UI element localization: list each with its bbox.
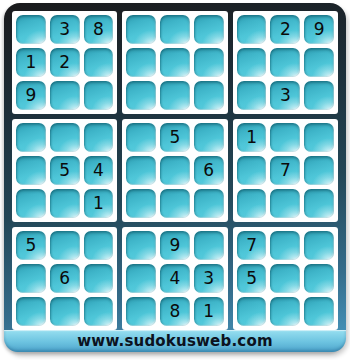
cell-r7c8[interactable] bbox=[270, 231, 300, 260]
cell-r4c6[interactable] bbox=[194, 123, 224, 152]
cell-r6c2[interactable] bbox=[50, 189, 80, 218]
cell-r6c5[interactable] bbox=[160, 189, 190, 218]
cell-r1c9[interactable]: 9 bbox=[304, 15, 334, 44]
box-1-2 bbox=[122, 11, 227, 114]
cell-r5c4[interactable] bbox=[126, 156, 156, 185]
cell-r3c4[interactable] bbox=[126, 81, 156, 110]
cell-r7c4[interactable] bbox=[126, 231, 156, 260]
cell-r6c4[interactable] bbox=[126, 189, 156, 218]
cell-r5c3[interactable]: 4 bbox=[84, 156, 114, 185]
cell-r3c8[interactable]: 3 bbox=[270, 81, 300, 110]
cell-r3c9[interactable] bbox=[304, 81, 334, 110]
cell-r7c2[interactable] bbox=[50, 231, 80, 260]
cell-r9c2[interactable] bbox=[50, 297, 80, 326]
box-1-3: 293 bbox=[233, 11, 338, 114]
cell-r2c8[interactable] bbox=[270, 48, 300, 77]
cell-r3c1[interactable]: 9 bbox=[16, 81, 46, 110]
cell-r8c8[interactable] bbox=[270, 264, 300, 293]
cell-r8c2[interactable]: 6 bbox=[50, 264, 80, 293]
cell-r2c6[interactable] bbox=[194, 48, 224, 77]
box-3-2: 94381 bbox=[122, 227, 227, 330]
cell-r2c1[interactable]: 1 bbox=[16, 48, 46, 77]
cell-r9c9[interactable] bbox=[304, 297, 334, 326]
cell-r7c5[interactable]: 9 bbox=[160, 231, 190, 260]
cell-r5c6[interactable]: 6 bbox=[194, 156, 224, 185]
cell-r2c5[interactable] bbox=[160, 48, 190, 77]
cell-r5c7[interactable] bbox=[237, 156, 267, 185]
cell-r7c1[interactable]: 5 bbox=[16, 231, 46, 260]
cell-r4c4[interactable] bbox=[126, 123, 156, 152]
box-2-3: 17 bbox=[233, 119, 338, 222]
sudoku-board: 381292935415617569438175 www.sudokusweb.… bbox=[4, 3, 346, 352]
cell-r9c8[interactable] bbox=[270, 297, 300, 326]
cell-r3c7[interactable] bbox=[237, 81, 267, 110]
box-2-1: 541 bbox=[12, 119, 117, 222]
cell-r6c3[interactable]: 1 bbox=[84, 189, 114, 218]
cell-r2c4[interactable] bbox=[126, 48, 156, 77]
cell-r1c5[interactable] bbox=[160, 15, 190, 44]
cell-r1c6[interactable] bbox=[194, 15, 224, 44]
box-1-1: 38129 bbox=[12, 11, 117, 114]
cell-r7c9[interactable] bbox=[304, 231, 334, 260]
cell-r9c6[interactable]: 1 bbox=[194, 297, 224, 326]
cell-r1c2[interactable]: 3 bbox=[50, 15, 80, 44]
cell-r2c9[interactable] bbox=[304, 48, 334, 77]
cell-r2c3[interactable] bbox=[84, 48, 114, 77]
cell-r5c5[interactable] bbox=[160, 156, 190, 185]
cell-r4c9[interactable] bbox=[304, 123, 334, 152]
cell-r6c6[interactable] bbox=[194, 189, 224, 218]
cell-r1c4[interactable] bbox=[126, 15, 156, 44]
cell-r8c4[interactable] bbox=[126, 264, 156, 293]
cell-r2c7[interactable] bbox=[237, 48, 267, 77]
page: 381292935415617569438175 www.sudokusweb.… bbox=[0, 0, 350, 360]
cell-r3c6[interactable] bbox=[194, 81, 224, 110]
cell-r7c6[interactable] bbox=[194, 231, 224, 260]
cell-r4c1[interactable] bbox=[16, 123, 46, 152]
cell-r1c8[interactable]: 2 bbox=[270, 15, 300, 44]
site-url: www.sudokusweb.com bbox=[77, 332, 272, 350]
cell-r5c9[interactable] bbox=[304, 156, 334, 185]
cell-r5c2[interactable]: 5 bbox=[50, 156, 80, 185]
cell-r4c8[interactable] bbox=[270, 123, 300, 152]
cell-r9c7[interactable] bbox=[237, 297, 267, 326]
box-2-2: 56 bbox=[122, 119, 227, 222]
cell-r9c4[interactable] bbox=[126, 297, 156, 326]
cell-r8c5[interactable]: 4 bbox=[160, 264, 190, 293]
cell-r2c2[interactable]: 2 bbox=[50, 48, 80, 77]
cell-r9c1[interactable] bbox=[16, 297, 46, 326]
cell-r4c7[interactable]: 1 bbox=[237, 123, 267, 152]
cell-r5c8[interactable]: 7 bbox=[270, 156, 300, 185]
cell-r8c1[interactable] bbox=[16, 264, 46, 293]
cell-r7c3[interactable] bbox=[84, 231, 114, 260]
cell-r3c2[interactable] bbox=[50, 81, 80, 110]
box-3-1: 56 bbox=[12, 227, 117, 330]
cell-r8c3[interactable] bbox=[84, 264, 114, 293]
cell-r8c7[interactable]: 5 bbox=[237, 264, 267, 293]
cell-r6c8[interactable] bbox=[270, 189, 300, 218]
footer-bar: www.sudokusweb.com bbox=[4, 330, 346, 352]
cell-r4c5[interactable]: 5 bbox=[160, 123, 190, 152]
cell-r8c9[interactable] bbox=[304, 264, 334, 293]
cell-r9c5[interactable]: 8 bbox=[160, 297, 190, 326]
cell-r9c3[interactable] bbox=[84, 297, 114, 326]
cell-r6c7[interactable] bbox=[237, 189, 267, 218]
cell-r4c2[interactable] bbox=[50, 123, 80, 152]
cell-r3c5[interactable] bbox=[160, 81, 190, 110]
cell-r6c1[interactable] bbox=[16, 189, 46, 218]
cell-r4c3[interactable] bbox=[84, 123, 114, 152]
cell-r1c3[interactable]: 8 bbox=[84, 15, 114, 44]
cell-r5c1[interactable] bbox=[16, 156, 46, 185]
cell-r7c7[interactable]: 7 bbox=[237, 231, 267, 260]
box-3-3: 75 bbox=[233, 227, 338, 330]
cell-r8c6[interactable]: 3 bbox=[194, 264, 224, 293]
cell-r3c3[interactable] bbox=[84, 81, 114, 110]
cell-r1c1[interactable] bbox=[16, 15, 46, 44]
cell-r1c7[interactable] bbox=[237, 15, 267, 44]
cell-r6c9[interactable] bbox=[304, 189, 334, 218]
sudoku-grid: 381292935415617569438175 bbox=[12, 11, 338, 330]
